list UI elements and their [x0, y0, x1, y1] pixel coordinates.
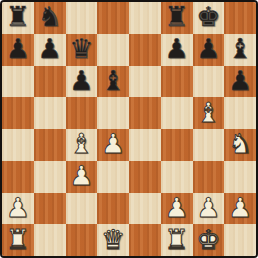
square-b5[interactable] [34, 97, 66, 129]
square-f5[interactable] [161, 97, 193, 129]
square-a5[interactable] [2, 97, 34, 129]
board-grid: ♜♞♜♚♟♟♛♟♟♝♟♝♟♝♝♟♞♟♟♟♟♟♜♛♜♚ [2, 2, 256, 256]
square-a2[interactable]: ♟ [2, 193, 34, 225]
square-g6[interactable] [193, 66, 225, 98]
square-g8[interactable]: ♚ [193, 2, 225, 34]
square-e3[interactable] [129, 161, 161, 193]
piece-black-queen-c7: ♛ [69, 35, 93, 62]
piece-black-rook-f8: ♜ [165, 3, 189, 30]
square-e4[interactable] [129, 129, 161, 161]
piece-black-king-g8: ♚ [196, 3, 220, 30]
square-f3[interactable] [161, 161, 193, 193]
square-b2[interactable] [34, 193, 66, 225]
square-b4[interactable] [34, 129, 66, 161]
square-f1[interactable]: ♜ [161, 224, 193, 256]
square-a4[interactable] [2, 129, 34, 161]
square-e5[interactable] [129, 97, 161, 129]
square-f2[interactable]: ♟ [161, 193, 193, 225]
square-b1[interactable] [34, 224, 66, 256]
piece-white-pawn-f2: ♟ [165, 194, 189, 221]
square-e2[interactable] [129, 193, 161, 225]
square-g2[interactable]: ♟ [193, 193, 225, 225]
piece-black-pawn-c6: ♟ [69, 67, 93, 94]
square-c5[interactable] [66, 97, 98, 129]
square-g3[interactable] [193, 161, 225, 193]
piece-white-bishop-g5: ♝ [196, 99, 220, 126]
piece-white-king-g1: ♚ [196, 226, 220, 253]
piece-white-pawn-a2: ♟ [6, 194, 30, 221]
piece-white-rook-f1: ♜ [165, 226, 189, 253]
square-c7[interactable]: ♛ [66, 34, 98, 66]
square-d4[interactable]: ♟ [97, 129, 129, 161]
square-d6[interactable]: ♝ [97, 66, 129, 98]
square-h4[interactable]: ♞ [224, 129, 256, 161]
square-d8[interactable] [97, 2, 129, 34]
piece-white-knight-h4: ♞ [228, 130, 252, 157]
chess-board: ♜♞♜♚♟♟♛♟♟♝♟♝♟♝♝♟♞♟♟♟♟♟♜♛♜♚ [0, 0, 258, 258]
square-g5[interactable]: ♝ [193, 97, 225, 129]
piece-white-pawn-g2: ♟ [196, 194, 220, 221]
square-b3[interactable] [34, 161, 66, 193]
square-f6[interactable] [161, 66, 193, 98]
square-d7[interactable] [97, 34, 129, 66]
square-e1[interactable] [129, 224, 161, 256]
square-d2[interactable] [97, 193, 129, 225]
square-b7[interactable]: ♟ [34, 34, 66, 66]
square-e8[interactable] [129, 2, 161, 34]
square-f7[interactable]: ♟ [161, 34, 193, 66]
square-d3[interactable] [97, 161, 129, 193]
piece-white-pawn-c3: ♟ [69, 162, 93, 189]
square-f4[interactable] [161, 129, 193, 161]
piece-white-bishop-c4: ♝ [69, 130, 93, 157]
square-a6[interactable] [2, 66, 34, 98]
piece-black-pawn-a7: ♟ [6, 35, 30, 62]
piece-black-bishop-d6: ♝ [101, 67, 125, 94]
piece-white-queen-d1: ♛ [101, 226, 125, 253]
square-h8[interactable] [224, 2, 256, 34]
square-h6[interactable]: ♟ [224, 66, 256, 98]
piece-black-pawn-f7: ♟ [165, 35, 189, 62]
square-f8[interactable]: ♜ [161, 2, 193, 34]
square-g1[interactable]: ♚ [193, 224, 225, 256]
square-c4[interactable]: ♝ [66, 129, 98, 161]
square-a8[interactable]: ♜ [2, 2, 34, 34]
piece-white-pawn-h2: ♟ [228, 194, 252, 221]
square-d5[interactable] [97, 97, 129, 129]
square-a1[interactable]: ♜ [2, 224, 34, 256]
square-h2[interactable]: ♟ [224, 193, 256, 225]
square-g7[interactable]: ♟ [193, 34, 225, 66]
square-h3[interactable] [224, 161, 256, 193]
square-e6[interactable] [129, 66, 161, 98]
square-g4[interactable] [193, 129, 225, 161]
square-c3[interactable]: ♟ [66, 161, 98, 193]
square-c1[interactable] [66, 224, 98, 256]
square-e7[interactable] [129, 34, 161, 66]
square-h5[interactable] [224, 97, 256, 129]
square-a7[interactable]: ♟ [2, 34, 34, 66]
piece-black-bishop-h7: ♝ [228, 35, 252, 62]
square-d1[interactable]: ♛ [97, 224, 129, 256]
square-b8[interactable]: ♞ [34, 2, 66, 34]
square-c6[interactable]: ♟ [66, 66, 98, 98]
piece-white-pawn-d4: ♟ [101, 130, 125, 157]
piece-black-rook-a8: ♜ [6, 3, 30, 30]
piece-black-knight-b8: ♞ [38, 3, 62, 30]
piece-black-pawn-h6: ♟ [228, 67, 252, 94]
square-c8[interactable] [66, 2, 98, 34]
piece-black-pawn-b7: ♟ [38, 35, 62, 62]
square-c2[interactable] [66, 193, 98, 225]
piece-black-pawn-g7: ♟ [196, 35, 220, 62]
square-b6[interactable] [34, 66, 66, 98]
square-a3[interactable] [2, 161, 34, 193]
square-h7[interactable]: ♝ [224, 34, 256, 66]
piece-white-rook-a1: ♜ [6, 226, 30, 253]
square-h1[interactable] [224, 224, 256, 256]
